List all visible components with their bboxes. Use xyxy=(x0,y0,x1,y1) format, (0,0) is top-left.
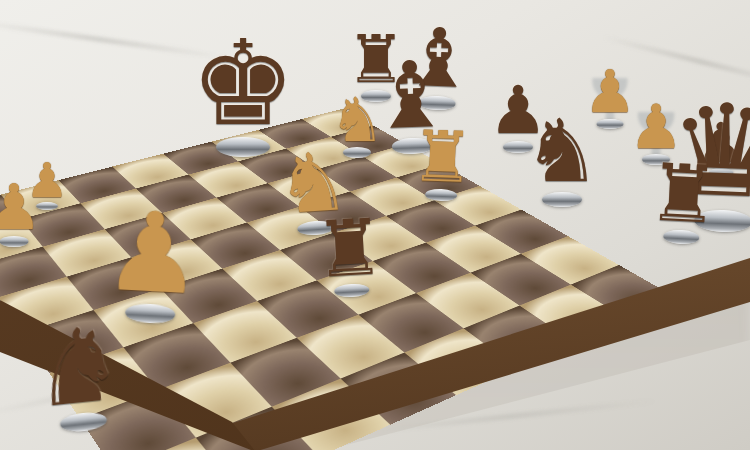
chrome-wobble-base xyxy=(0,236,29,247)
rook-glyph: ♜ xyxy=(640,153,726,236)
pawn-glyph: ♟ xyxy=(94,195,214,311)
piece-walnut-rook-d4[interactable]: ♜ xyxy=(308,208,392,296)
chrome-wobble-base xyxy=(216,137,270,157)
rook-glyph: ♜ xyxy=(405,121,479,193)
knight-glyph: ♞ xyxy=(20,310,136,424)
piece-walnut-king-b5[interactable]: ♚ xyxy=(182,24,304,152)
king-glyph: ♚ xyxy=(182,24,304,142)
rook-glyph: ♜ xyxy=(308,208,392,289)
knight-glyph: ♞ xyxy=(517,108,607,195)
piece-maple-pawn-a3[interactable]: ♟ xyxy=(0,176,47,244)
chess-photo-scene: ♚♜♝♝♟♞♜♛♜♞♞♜♟♟♟♟♟♟♟♟♞♞ xyxy=(0,0,750,450)
piece-walnut-knight-d7[interactable]: ♞ xyxy=(517,108,607,203)
chrome-wobble-base xyxy=(542,192,582,207)
piece-walnut-knight-captured[interactable]: ♞ xyxy=(20,310,137,432)
piece-maple-rook-c6[interactable]: ♜ xyxy=(405,121,480,199)
pawn-glyph: ♟ xyxy=(0,176,47,239)
piece-walnut-rook-e7[interactable]: ♜ xyxy=(640,153,726,243)
